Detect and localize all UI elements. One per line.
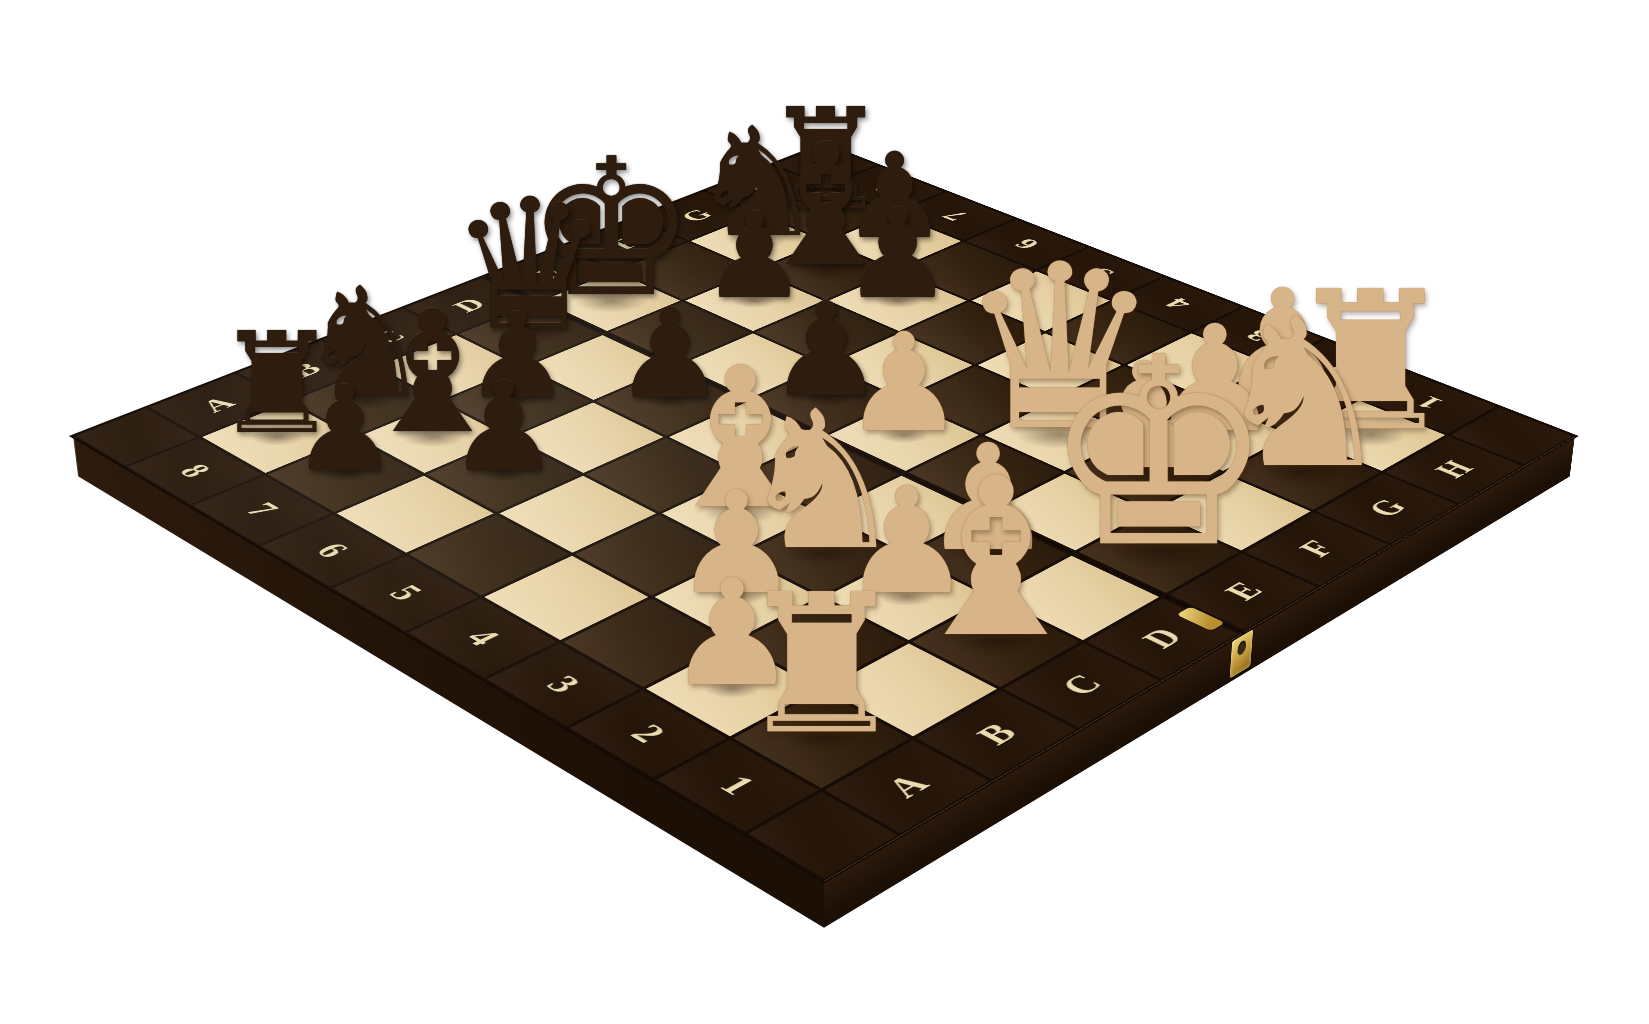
rank-label-text: 7 <box>236 497 289 521</box>
photo-stage: ABCDEFGH8877665544332211ABCDEFGH ♚♛♜♜♝♝♞… <box>0 0 1649 1024</box>
piece-black-pawn-a7[interactable]: ♟ <box>292 371 398 489</box>
rank-label-text: 2 <box>619 718 676 749</box>
square-a5[interactable] <box>406 513 572 597</box>
square-a4[interactable] <box>481 554 651 642</box>
piece-white-bishop-c1[interactable]: ♝ <box>898 449 1094 668</box>
rank-label-text: 4 <box>455 623 510 651</box>
piece-black-pawn-b6[interactable]: ♟ <box>448 365 559 489</box>
piece-white-rook-a1[interactable]: ♜ <box>735 569 907 761</box>
file-label-text: D <box>1132 622 1193 654</box>
rank-label-text: 8 <box>169 459 221 482</box>
file-label-text: B <box>965 717 1027 751</box>
rank-label-text: 3 <box>535 669 591 698</box>
rank-label-text: 6 <box>305 537 358 562</box>
file-label-text: F <box>1289 535 1345 562</box>
rank-label-text: 5 <box>378 579 432 606</box>
